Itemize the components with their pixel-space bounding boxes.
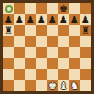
square-d6[interactable]: [36, 25, 47, 36]
square-a2[interactable]: [3, 69, 14, 80]
square-a4[interactable]: [3, 47, 14, 58]
square-c6[interactable]: [25, 25, 36, 36]
square-b1[interactable]: [14, 80, 25, 91]
square-e8[interactable]: [47, 3, 58, 14]
piece-black-pawn-e7[interactable]: ♟: [48, 14, 57, 25]
square-g5[interactable]: [69, 36, 80, 47]
square-a8[interactable]: [3, 3, 14, 14]
square-g7[interactable]: ♟: [69, 14, 80, 25]
piece-black-pawn-f7[interactable]: ♟: [59, 14, 68, 25]
square-h3[interactable]: [80, 58, 91, 69]
square-e4[interactable]: [47, 47, 58, 58]
piece-black-pawn-d7[interactable]: ♟: [37, 14, 46, 25]
square-b2[interactable]: [14, 69, 25, 80]
square-f2[interactable]: [58, 69, 69, 80]
square-c4[interactable]: [25, 47, 36, 58]
square-f1[interactable]: ♝: [58, 80, 69, 91]
piece-white-bishop-f1[interactable]: ♝: [59, 80, 68, 91]
square-g2[interactable]: [69, 69, 80, 80]
square-a3[interactable]: [3, 58, 14, 69]
square-b8[interactable]: [14, 3, 25, 14]
piece-black-pawn-h7[interactable]: ♟: [81, 14, 90, 25]
square-b6[interactable]: [14, 25, 25, 36]
square-g8[interactable]: [69, 3, 80, 14]
square-d5[interactable]: [36, 36, 47, 47]
piece-black-rook-a6[interactable]: ♜: [4, 25, 13, 36]
piece-black-pawn-g7[interactable]: ♟: [70, 14, 79, 25]
square-h5[interactable]: [80, 36, 91, 47]
square-g3[interactable]: [69, 58, 80, 69]
square-c3[interactable]: [25, 58, 36, 69]
square-f6[interactable]: [58, 25, 69, 36]
square-e5[interactable]: [47, 36, 58, 47]
square-a7[interactable]: ♟: [3, 14, 14, 25]
piece-white-knight-g1[interactable]: ♞: [70, 80, 79, 91]
square-e2[interactable]: [47, 69, 58, 80]
square-c1[interactable]: [25, 80, 36, 91]
piece-black-rook-h6[interactable]: ♜: [81, 25, 90, 36]
square-f7[interactable]: ♟: [58, 14, 69, 25]
square-d8[interactable]: [36, 3, 47, 14]
piece-black-pawn-b7[interactable]: ♟: [15, 14, 24, 25]
square-d4[interactable]: [36, 47, 47, 58]
chess-board: ♚♟♟♟♟♟♟♟♟♜♜♚♝♞: [0, 0, 94, 94]
square-d7[interactable]: ♟: [36, 14, 47, 25]
square-e3[interactable]: [47, 58, 58, 69]
square-h8[interactable]: [80, 3, 91, 14]
square-h1[interactable]: [80, 80, 91, 91]
square-f5[interactable]: [58, 36, 69, 47]
square-a6[interactable]: ♜: [3, 25, 14, 36]
square-d2[interactable]: [36, 69, 47, 80]
piece-black-pawn-c7[interactable]: ♟: [26, 14, 35, 25]
square-b5[interactable]: [14, 36, 25, 47]
square-d1[interactable]: [36, 80, 47, 91]
square-c8[interactable]: [25, 3, 36, 14]
square-g1[interactable]: ♞: [69, 80, 80, 91]
square-b3[interactable]: [14, 58, 25, 69]
square-a1[interactable]: [3, 80, 14, 91]
square-c7[interactable]: ♟: [25, 14, 36, 25]
square-b4[interactable]: [14, 47, 25, 58]
square-f3[interactable]: [58, 58, 69, 69]
square-f4[interactable]: [58, 47, 69, 58]
square-c2[interactable]: [25, 69, 36, 80]
piece-black-pawn-a7[interactable]: ♟: [4, 14, 13, 25]
square-g4[interactable]: [69, 47, 80, 58]
square-g6[interactable]: [69, 25, 80, 36]
square-h7[interactable]: ♟: [80, 14, 91, 25]
square-d3[interactable]: [36, 58, 47, 69]
square-a5[interactable]: [3, 36, 14, 47]
square-e7[interactable]: ♟: [47, 14, 58, 25]
square-h4[interactable]: [80, 47, 91, 58]
square-h2[interactable]: [80, 69, 91, 80]
annotation-circle-a8: [5, 5, 13, 13]
square-e6[interactable]: [47, 25, 58, 36]
square-e1[interactable]: ♚: [47, 80, 58, 91]
square-c5[interactable]: [25, 36, 36, 47]
square-f8[interactable]: ♚: [58, 3, 69, 14]
piece-black-king-f8[interactable]: ♚: [59, 3, 68, 14]
piece-white-king-e1[interactable]: ♚: [48, 80, 57, 91]
square-h6[interactable]: ♜: [80, 25, 91, 36]
square-b7[interactable]: ♟: [14, 14, 25, 25]
